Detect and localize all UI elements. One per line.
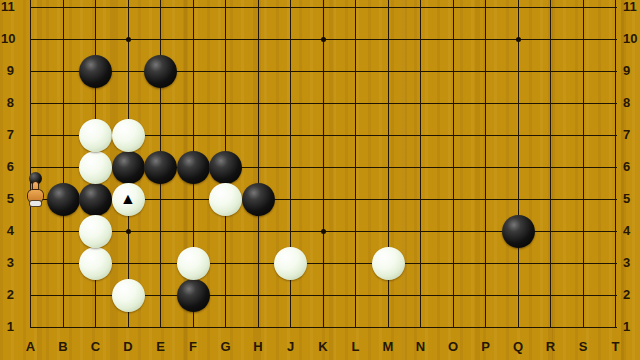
star-point bbox=[321, 37, 326, 42]
stone-black-c9 bbox=[79, 55, 112, 88]
stone-black-b5 bbox=[47, 183, 80, 216]
column-label-e: E bbox=[151, 339, 171, 355]
row-label-right-5: 5 bbox=[623, 191, 640, 207]
row-label-left-4: 4 bbox=[1, 223, 14, 239]
stone-white-c7 bbox=[79, 119, 112, 152]
column-label-a: A bbox=[21, 339, 41, 355]
column-label-c: C bbox=[86, 339, 106, 355]
stone-white-c4 bbox=[79, 215, 112, 248]
row-label-right-3: 3 bbox=[623, 255, 640, 271]
go-board[interactable]: ▲ABCDEFGHJKLMNOPQRST11111010998877665544… bbox=[0, 0, 640, 360]
row-label-left-2: 2 bbox=[1, 287, 14, 303]
stone-black-e9 bbox=[144, 55, 177, 88]
row-label-left-5: 5 bbox=[1, 191, 14, 207]
grid-line-vertical bbox=[258, 0, 259, 328]
triangle-marker: ▲ bbox=[112, 183, 145, 216]
grid-line-vertical bbox=[323, 0, 324, 328]
star-point bbox=[126, 37, 131, 42]
grid-line-vertical bbox=[518, 0, 519, 328]
row-label-right-8: 8 bbox=[623, 95, 640, 111]
row-label-left-3: 3 bbox=[1, 255, 14, 271]
row-label-right-9: 9 bbox=[623, 63, 640, 79]
column-label-s: S bbox=[573, 339, 593, 355]
grid-line-vertical bbox=[485, 0, 486, 328]
stone-white-f3 bbox=[177, 247, 210, 280]
row-label-right-1: 1 bbox=[623, 319, 640, 335]
column-label-m: M bbox=[378, 339, 398, 355]
hand-cuff-icon bbox=[30, 201, 41, 206]
stone-white-g5 bbox=[209, 183, 242, 216]
row-label-left-6: 6 bbox=[1, 159, 14, 175]
stone-white-c6 bbox=[79, 151, 112, 184]
stone-black-d6 bbox=[112, 151, 145, 184]
stone-black-c5 bbox=[79, 183, 112, 216]
grid-line-vertical bbox=[453, 0, 454, 328]
grid-line-horizontal bbox=[30, 103, 617, 104]
grid-line-vertical bbox=[30, 0, 31, 328]
row-label-left-10: 10 bbox=[1, 31, 14, 47]
column-label-d: D bbox=[118, 339, 138, 355]
column-label-l: L bbox=[346, 339, 366, 355]
star-point bbox=[516, 37, 521, 42]
stone-white-m3 bbox=[372, 247, 405, 280]
row-label-right-4: 4 bbox=[623, 223, 640, 239]
stone-black-f2 bbox=[177, 279, 210, 312]
row-label-right-11: 11 bbox=[623, 0, 640, 15]
grid-line-vertical bbox=[420, 0, 421, 328]
stone-black-g6 bbox=[209, 151, 242, 184]
grid-line-horizontal bbox=[30, 327, 617, 328]
row-label-left-11: 11 bbox=[1, 0, 14, 15]
grid-line-horizontal bbox=[30, 263, 617, 264]
row-label-left-1: 1 bbox=[1, 319, 14, 335]
column-label-g: G bbox=[216, 339, 236, 355]
stone-white-j3 bbox=[274, 247, 307, 280]
column-label-n: N bbox=[411, 339, 431, 355]
stone-white-d2 bbox=[112, 279, 145, 312]
column-label-r: R bbox=[541, 339, 561, 355]
stone-white-d7 bbox=[112, 119, 145, 152]
stone-black-f6 bbox=[177, 151, 210, 184]
row-label-right-7: 7 bbox=[623, 127, 640, 143]
column-label-b: B bbox=[53, 339, 73, 355]
column-label-k: K bbox=[313, 339, 333, 355]
star-point bbox=[126, 229, 131, 234]
stone-white-c3 bbox=[79, 247, 112, 280]
column-label-p: P bbox=[476, 339, 496, 355]
stone-black-e6 bbox=[144, 151, 177, 184]
grid-line-vertical bbox=[583, 0, 584, 328]
row-label-left-8: 8 bbox=[1, 95, 14, 111]
column-label-j: J bbox=[281, 339, 301, 355]
column-label-q: Q bbox=[508, 339, 528, 355]
column-label-h: H bbox=[248, 339, 268, 355]
grid-line-vertical bbox=[615, 0, 616, 328]
row-label-right-10: 10 bbox=[623, 31, 640, 47]
column-label-t: T bbox=[606, 339, 626, 355]
stone-black-h5 bbox=[242, 183, 275, 216]
column-label-o: O bbox=[443, 339, 463, 355]
row-label-right-2: 2 bbox=[623, 287, 640, 303]
grid-line-vertical bbox=[63, 0, 64, 328]
grid-line-vertical bbox=[550, 0, 551, 328]
grid-line-horizontal bbox=[30, 71, 617, 72]
row-label-left-9: 9 bbox=[1, 63, 14, 79]
row-label-left-7: 7 bbox=[1, 127, 14, 143]
column-label-f: F bbox=[183, 339, 203, 355]
grid-line-vertical bbox=[355, 0, 356, 328]
grid-line-horizontal bbox=[30, 7, 617, 8]
stone-black-q4 bbox=[502, 215, 535, 248]
row-label-right-6: 6 bbox=[623, 159, 640, 175]
hand-cursor bbox=[24, 171, 50, 209]
star-point bbox=[321, 229, 326, 234]
